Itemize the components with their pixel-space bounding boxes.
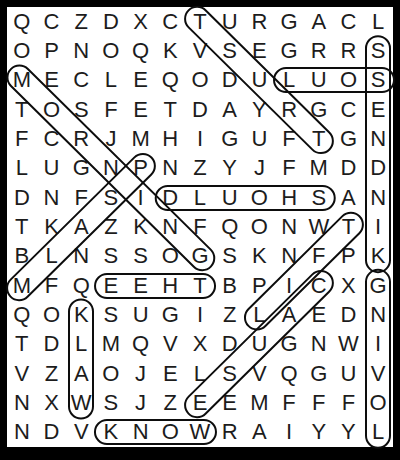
grid-cell[interactable]: F: [274, 388, 304, 417]
grid-cell[interactable]: V: [66, 418, 96, 447]
grid-cell[interactable]: F: [274, 154, 304, 183]
grid-cell[interactable]: D: [155, 183, 185, 212]
grid-cell[interactable]: Q: [274, 359, 304, 388]
grid-cell[interactable]: B: [7, 242, 37, 271]
grid-cell[interactable]: E: [304, 300, 334, 329]
grid-cell[interactable]: A: [334, 183, 364, 212]
grid-cell[interactable]: G: [66, 154, 96, 183]
grid-cell[interactable]: I: [185, 300, 215, 329]
grid-cell[interactable]: D: [334, 300, 364, 329]
grid-cell[interactable]: C: [304, 271, 334, 300]
grid-cell[interactable]: Y: [215, 154, 245, 183]
grid-cell[interactable]: S: [215, 359, 245, 388]
grid-cell[interactable]: T: [334, 212, 364, 241]
grid-cell[interactable]: H: [155, 124, 185, 153]
grid-cell[interactable]: L: [363, 7, 393, 36]
grid-cell[interactable]: K: [126, 212, 156, 241]
grid-cell[interactable]: E: [155, 359, 185, 388]
grid-cell[interactable]: O: [96, 36, 126, 65]
grid-cell[interactable]: R: [215, 418, 245, 447]
grid-cell[interactable]: T: [7, 330, 37, 359]
grid-cell[interactable]: L: [245, 300, 275, 329]
grid-cell[interactable]: E: [126, 271, 156, 300]
grid-cell[interactable]: G: [274, 36, 304, 65]
grid-cell[interactable]: E: [363, 95, 393, 124]
grid-cell[interactable]: A: [66, 359, 96, 388]
grid-cell[interactable]: G: [155, 300, 185, 329]
grid-cell[interactable]: I: [185, 124, 215, 153]
grid-cell[interactable]: F: [66, 183, 96, 212]
grid-cell[interactable]: N: [155, 154, 185, 183]
grid-cell[interactable]: T: [7, 212, 37, 241]
grid-cell[interactable]: C: [334, 7, 364, 36]
grid-cell[interactable]: Q: [7, 300, 37, 329]
grid-cell[interactable]: M: [7, 271, 37, 300]
grid-cell[interactable]: J: [126, 359, 156, 388]
grid-cell[interactable]: O: [7, 36, 37, 65]
grid-cell[interactable]: O: [363, 388, 393, 417]
grid-cell[interactable]: L: [274, 66, 304, 95]
grid-cell[interactable]: L: [96, 66, 126, 95]
grid-cell[interactable]: L: [363, 418, 393, 447]
grid-cell[interactable]: E: [126, 66, 156, 95]
grid-cell[interactable]: L: [185, 359, 215, 388]
grid-cell[interactable]: U: [334, 359, 364, 388]
grid-cell[interactable]: I: [363, 212, 393, 241]
grid-cell[interactable]: D: [215, 66, 245, 95]
grid-cell[interactable]: P: [334, 242, 364, 271]
grid-cell[interactable]: F: [304, 242, 334, 271]
grid-cell[interactable]: E: [126, 95, 156, 124]
grid-cell[interactable]: S: [215, 242, 245, 271]
grid-cell[interactable]: I: [363, 330, 393, 359]
grid-cell[interactable]: S: [96, 388, 126, 417]
grid-cell[interactable]: A: [245, 418, 275, 447]
grid-cell[interactable]: P: [126, 154, 156, 183]
grid-cell[interactable]: C: [66, 66, 96, 95]
grid-cell[interactable]: O: [245, 183, 275, 212]
grid-cell[interactable]: Q: [66, 271, 96, 300]
grid-cell[interactable]: S: [96, 300, 126, 329]
grid-cell[interactable]: W: [185, 418, 215, 447]
grid-cell[interactable]: C: [37, 124, 67, 153]
grid-cell[interactable]: A: [274, 300, 304, 329]
grid-cell[interactable]: M: [304, 154, 334, 183]
grid-cell[interactable]: D: [7, 183, 37, 212]
grid-cell[interactable]: J: [245, 154, 275, 183]
grid-cell[interactable]: U: [215, 183, 245, 212]
grid-cell[interactable]: F: [185, 212, 215, 241]
grid-cell[interactable]: F: [37, 271, 67, 300]
grid-cell[interactable]: G: [334, 124, 364, 153]
grid-cell[interactable]: P: [245, 271, 275, 300]
grid-cell[interactable]: P: [37, 36, 67, 65]
grid-cell[interactable]: K: [37, 212, 67, 241]
grid-cell[interactable]: M: [7, 66, 37, 95]
grid-cell[interactable]: U: [304, 66, 334, 95]
grid-cell[interactable]: T: [155, 95, 185, 124]
grid-cell[interactable]: R: [245, 7, 275, 36]
grid-cell[interactable]: L: [185, 183, 215, 212]
grid-cell[interactable]: T: [304, 124, 334, 153]
grid-cell[interactable]: Q: [7, 7, 37, 36]
grid-cell[interactable]: W: [66, 388, 96, 417]
grid-cell[interactable]: N: [155, 212, 185, 241]
grid-cell[interactable]: O: [185, 66, 215, 95]
grid-cell[interactable]: S: [304, 183, 334, 212]
grid-cell[interactable]: L: [37, 242, 67, 271]
grid-cell[interactable]: J: [96, 124, 126, 153]
grid-cell[interactable]: S: [96, 183, 126, 212]
grid-cell[interactable]: G: [304, 95, 334, 124]
grid-cell[interactable]: V: [185, 36, 215, 65]
grid-cell[interactable]: G: [363, 271, 393, 300]
grid-cell[interactable]: Z: [37, 359, 67, 388]
grid-cell[interactable]: I: [274, 418, 304, 447]
grid-cell[interactable]: U: [245, 66, 275, 95]
grid-cell[interactable]: N: [304, 330, 334, 359]
grid-cell[interactable]: I: [274, 271, 304, 300]
grid-cell[interactable]: K: [96, 418, 126, 447]
grid-cell[interactable]: W: [334, 330, 364, 359]
grid-cell[interactable]: V: [7, 359, 37, 388]
grid-cell[interactable]: C: [155, 7, 185, 36]
grid-cell[interactable]: U: [126, 300, 156, 329]
grid-cell[interactable]: N: [274, 242, 304, 271]
word-search-board: QCZDXCTURGACLOPNOQKVSEGRRSMECLEQODULUOST…: [0, 0, 400, 460]
grid-cell[interactable]: U: [37, 154, 67, 183]
grid-cell[interactable]: A: [66, 212, 96, 241]
grid-cell[interactable]: N: [7, 418, 37, 447]
grid-cell[interactable]: J: [126, 388, 156, 417]
grid-cell[interactable]: Z: [185, 154, 215, 183]
grid-cell[interactable]: O: [37, 300, 67, 329]
grid-cell[interactable]: K: [155, 36, 185, 65]
grid-cell[interactable]: G: [274, 7, 304, 36]
grid-cell[interactable]: B: [215, 271, 245, 300]
grid-cell[interactable]: N: [274, 212, 304, 241]
grid-cell[interactable]: D: [96, 7, 126, 36]
grid-cell[interactable]: Q: [126, 36, 156, 65]
grid-cell[interactable]: G: [274, 330, 304, 359]
grid-cell[interactable]: G: [304, 359, 334, 388]
grid-cell[interactable]: N: [66, 36, 96, 65]
grid-cell[interactable]: X: [126, 7, 156, 36]
grid-cell[interactable]: L: [66, 330, 96, 359]
grid-cell[interactable]: L: [7, 154, 37, 183]
grid-cell[interactable]: F: [7, 124, 37, 153]
grid-cell[interactable]: N: [363, 183, 393, 212]
grid-cell[interactable]: K: [363, 242, 393, 271]
grid-cell[interactable]: H: [274, 183, 304, 212]
grid-cell[interactable]: Z: [155, 388, 185, 417]
letter-grid: QCZDXCTURGACLOPNOQKVSEGRRSMECLEQODULUOST…: [7, 7, 393, 447]
grid-cell[interactable]: O: [155, 418, 185, 447]
grid-cell[interactable]: F: [96, 95, 126, 124]
grid-cell[interactable]: Z: [215, 300, 245, 329]
grid-cell[interactable]: D: [37, 418, 67, 447]
grid-cell[interactable]: I: [126, 183, 156, 212]
grid-cell[interactable]: Y: [334, 418, 364, 447]
grid-cell[interactable]: E: [215, 388, 245, 417]
grid-cell[interactable]: X: [185, 330, 215, 359]
grid-cell[interactable]: R: [274, 95, 304, 124]
grid-cell[interactable]: N: [7, 388, 37, 417]
grid-cell[interactable]: T: [185, 271, 215, 300]
grid-cell[interactable]: T: [7, 95, 37, 124]
grid-cell[interactable]: D: [334, 154, 364, 183]
grid-cell[interactable]: O: [96, 359, 126, 388]
grid-cell[interactable]: F: [334, 388, 364, 417]
grid-cell[interactable]: D: [363, 154, 393, 183]
grid-cell[interactable]: S: [66, 95, 96, 124]
grid-cell[interactable]: N: [363, 300, 393, 329]
grid-cell[interactable]: V: [155, 330, 185, 359]
grid-cell[interactable]: G: [185, 242, 215, 271]
grid-cell[interactable]: G: [215, 124, 245, 153]
grid-cell[interactable]: F: [274, 124, 304, 153]
grid-cell[interactable]: C: [334, 95, 364, 124]
grid-cell[interactable]: T: [185, 7, 215, 36]
grid-cell[interactable]: E: [185, 388, 215, 417]
grid-cell[interactable]: N: [96, 154, 126, 183]
grid-cell[interactable]: R: [304, 36, 334, 65]
grid-cell[interactable]: S: [126, 242, 156, 271]
grid-cell[interactable]: A: [304, 7, 334, 36]
grid-cell[interactable]: E: [245, 36, 275, 65]
grid-cell[interactable]: E: [37, 66, 67, 95]
grid-cell[interactable]: X: [334, 271, 364, 300]
grid-cell[interactable]: A: [215, 95, 245, 124]
grid-cell[interactable]: R: [334, 36, 364, 65]
grid-cell[interactable]: U: [245, 124, 275, 153]
grid-cell[interactable]: N: [37, 183, 67, 212]
grid-cell[interactable]: Q: [126, 330, 156, 359]
grid-cell[interactable]: S: [215, 36, 245, 65]
grid-cell[interactable]: Z: [66, 7, 96, 36]
grid-cell[interactable]: Y: [304, 418, 334, 447]
grid-cell[interactable]: M: [245, 388, 275, 417]
grid-cell[interactable]: D: [215, 330, 245, 359]
grid-cell[interactable]: M: [126, 124, 156, 153]
grid-cell[interactable]: K: [245, 242, 275, 271]
grid-cell[interactable]: O: [245, 212, 275, 241]
grid-cell[interactable]: U: [245, 330, 275, 359]
grid-cell[interactable]: W: [304, 212, 334, 241]
grid-cell[interactable]: D: [185, 95, 215, 124]
grid-cell[interactable]: Y: [245, 95, 275, 124]
grid-cell[interactable]: S: [363, 36, 393, 65]
grid-cell[interactable]: Z: [96, 212, 126, 241]
grid-cell[interactable]: R: [66, 124, 96, 153]
grid-cell[interactable]: O: [334, 66, 364, 95]
grid-cell[interactable]: V: [245, 359, 275, 388]
grid-cell[interactable]: N: [66, 242, 96, 271]
grid-cell[interactable]: S: [363, 66, 393, 95]
grid-cell[interactable]: K: [66, 300, 96, 329]
grid-cell[interactable]: M: [96, 330, 126, 359]
grid-cell[interactable]: V: [363, 359, 393, 388]
grid-cell[interactable]: C: [37, 7, 67, 36]
grid-cell[interactable]: N: [126, 418, 156, 447]
grid-cell[interactable]: U: [215, 7, 245, 36]
grid-cell[interactable]: Q: [155, 66, 185, 95]
grid-cell[interactable]: O: [37, 95, 67, 124]
grid-cell[interactable]: F: [304, 388, 334, 417]
grid-cell[interactable]: N: [363, 124, 393, 153]
grid-cell[interactable]: S: [96, 242, 126, 271]
grid-cell[interactable]: O: [155, 242, 185, 271]
grid-cell[interactable]: D: [37, 330, 67, 359]
grid-cell[interactable]: Q: [215, 212, 245, 241]
grid-cell[interactable]: H: [155, 271, 185, 300]
grid-cell[interactable]: X: [37, 388, 67, 417]
grid-cell[interactable]: E: [96, 271, 126, 300]
